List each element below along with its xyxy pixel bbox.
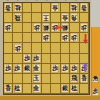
board-cell[interactable]: 歩 [32, 23, 41, 33]
board-cell[interactable] [80, 13, 89, 23]
captured-piece[interactable]: 角 [92, 76, 99, 84]
board-cell[interactable]: 香 [4, 84, 13, 94]
board-cell[interactable] [13, 54, 22, 64]
board-cell[interactable]: 金 [51, 3, 60, 13]
board-cell[interactable] [4, 54, 13, 64]
board-cell[interactable] [70, 23, 79, 33]
shogi-piece[interactable]: 歩 [70, 33, 78, 42]
captured-piece[interactable]: 歩 [92, 88, 99, 96]
board-cell[interactable] [23, 43, 32, 53]
board-cell[interactable]: 銀 [23, 64, 32, 74]
board-cell[interactable] [51, 54, 60, 64]
piece-glyph: 歩 [5, 65, 11, 71]
shogi-piece[interactable]: 香 [80, 3, 88, 12]
board-cell[interactable] [61, 74, 70, 84]
board-cell[interactable] [70, 54, 79, 64]
board-cell[interactable]: 飛 [13, 13, 22, 23]
board-cell[interactable]: 歩 [4, 64, 13, 74]
board-cell[interactable] [61, 54, 70, 64]
board-cell[interactable] [70, 43, 79, 53]
board-cell[interactable] [4, 43, 13, 53]
shogi-piece[interactable]: 飛 [14, 13, 22, 22]
board-cell[interactable]: 歩 [70, 64, 79, 74]
shogi-piece[interactable]: 歩 [14, 44, 22, 53]
board-cell[interactable] [23, 74, 32, 84]
shogi-piece[interactable]: 桂 [70, 84, 78, 93]
candidate-arrow-up [83, 57, 88, 76]
piece-glyph: 歩 [93, 89, 99, 95]
board-cell[interactable] [23, 33, 32, 43]
board-table-edge [0, 96, 100, 100]
board-cell[interactable] [51, 84, 60, 94]
board-cell[interactable]: 歩 [70, 33, 79, 43]
piece-glyph: 歩 [62, 35, 68, 41]
piece-glyph: 歩 [34, 55, 40, 61]
board-cell[interactable] [13, 74, 22, 84]
board-cell[interactable] [32, 43, 41, 53]
piece-glyph: 香 [5, 85, 11, 91]
shogi-piece[interactable]: 歩 [42, 33, 50, 42]
shogi-piece[interactable]: 歩 [61, 33, 69, 42]
board-cell[interactable]: 桂 [70, 3, 79, 13]
board-cell[interactable] [42, 74, 51, 84]
piece-glyph: 飛 [15, 15, 21, 21]
board-cell[interactable] [32, 3, 41, 13]
shogi-piece[interactable]: 桂 [14, 84, 22, 93]
board-cell[interactable]: 角 [70, 13, 79, 23]
shogi-piece[interactable]: 王 [42, 13, 50, 22]
shogi-app-screen: 987654321 香桂金桂香飛王金角歩歩銀歩銀歩歩歩歩歩歩歩歩歩銀金歩歩歩歩玉… [0, 0, 100, 100]
board-cell[interactable]: 歩 [13, 43, 22, 53]
shogi-piece[interactable]: 歩 [61, 64, 69, 73]
piece-glyph: 銀 [24, 65, 30, 71]
board-cell[interactable]: 金 [32, 84, 41, 94]
board-cell[interactable]: 歩 [42, 33, 51, 43]
shogi-piece[interactable]: 歩 [14, 64, 22, 73]
piece-glyph: 香 [5, 5, 11, 11]
board-cell[interactable]: 歩 [61, 33, 70, 43]
board-cell[interactable]: 歩 [13, 64, 22, 74]
shogi-piece[interactable]: 歩 [4, 23, 12, 32]
piece-glyph: 歩 [71, 65, 77, 71]
piece-glyph: 歩 [62, 65, 68, 71]
board-cell[interactable]: 香 [4, 3, 13, 13]
shogi-piece[interactable]: 歩 [23, 54, 31, 63]
shogi-piece[interactable]: 香 [4, 3, 12, 12]
board-cell[interactable] [61, 3, 70, 13]
board-cell[interactable] [61, 43, 70, 53]
left-arrow-shape [55, 25, 63, 30]
shogi-piece[interactable]: 歩 [33, 23, 41, 32]
piece-glyph: 角 [93, 76, 99, 82]
board-cell[interactable]: 金 [32, 64, 41, 74]
piece-glyph: 歩 [34, 25, 40, 31]
piece-glyph: 銀 [62, 85, 68, 91]
shogi-piece[interactable]: 歩 [33, 54, 41, 63]
piece-glyph: 桂 [15, 85, 21, 91]
piece-glyph: 歩 [15, 45, 21, 51]
piece-glyph: 香 [81, 5, 87, 11]
board-cell[interactable] [42, 64, 51, 74]
board-cell[interactable] [32, 33, 41, 43]
board-cell[interactable]: 銀 [42, 23, 51, 33]
shogi-piece[interactable]: 桂 [14, 3, 22, 12]
piece-glyph: 桂 [71, 5, 77, 11]
shogi-piece[interactable]: 歩 [51, 64, 59, 73]
board-cell[interactable] [23, 84, 32, 94]
shogi-piece[interactable]: 香 [4, 84, 12, 93]
down-arrow-shape [83, 34, 88, 44]
board-cell[interactable] [42, 84, 51, 94]
board-cell[interactable] [23, 23, 32, 33]
piece-glyph: 角 [71, 15, 77, 21]
up-arrow-shape [83, 62, 88, 72]
shogi-board[interactable]: 香桂金桂香飛王金角歩歩銀歩銀歩歩歩歩歩歩歩歩歩銀金歩歩歩歩玉飛香香桂金銀桂 [3, 2, 90, 95]
board-cell[interactable]: 玉 [32, 74, 41, 84]
shogi-piece[interactable]: 角 [70, 13, 78, 22]
board-cell[interactable]: 歩 [61, 64, 70, 74]
shogi-piece[interactable]: 歩 [70, 64, 78, 73]
board-cell[interactable] [4, 74, 13, 84]
shogi-piece[interactable]: 金 [33, 64, 41, 73]
shogi-piece[interactable]: 桂 [70, 3, 78, 12]
board-cell[interactable]: 銀 [61, 84, 70, 94]
piece-glyph: 銀 [43, 25, 49, 31]
board-cell[interactable]: 飛 [70, 74, 79, 84]
board-cell[interactable]: 桂 [70, 84, 79, 94]
piece-glyph: 金 [34, 85, 40, 91]
background-panel [91, 0, 100, 27]
piece-glyph: 桂 [71, 85, 77, 91]
shogi-piece[interactable]: 銀 [61, 84, 69, 93]
board-cell[interactable] [51, 33, 60, 43]
board-cell[interactable] [51, 74, 60, 84]
board-cell[interactable] [13, 23, 22, 33]
piece-glyph: 歩 [5, 25, 11, 31]
board-cell[interactable] [23, 13, 32, 23]
board-cell[interactable] [42, 3, 51, 13]
board-cell[interactable] [32, 13, 41, 23]
board-cell[interactable] [42, 43, 51, 53]
board-cell[interactable]: 歩 [23, 54, 32, 64]
piece-glyph: 香 [81, 75, 87, 81]
board-cell[interactable]: 歩 [51, 64, 60, 74]
piece-glyph: 金 [52, 5, 58, 11]
shogi-piece[interactable]: 飛 [70, 74, 78, 83]
piece-glyph: 歩 [43, 35, 49, 41]
board-cell[interactable] [80, 84, 89, 94]
board-cell[interactable]: 桂 [13, 3, 22, 13]
board-cell[interactable]: 香 [80, 3, 89, 13]
shogi-piece[interactable]: 銀 [42, 23, 50, 32]
board-cell[interactable]: 歩 [4, 23, 13, 33]
piece-glyph: 歩 [24, 55, 30, 61]
piece-glyph: 金 [34, 65, 40, 71]
piece-glyph: 王 [43, 15, 49, 21]
board-cell[interactable]: 歩 [32, 54, 41, 64]
piece-glyph: 歩 [52, 65, 58, 71]
board-cell[interactable] [23, 3, 32, 13]
piece-glyph: 玉 [34, 75, 40, 81]
shogi-piece[interactable]: 金 [33, 84, 41, 93]
board-cell[interactable]: 王 [42, 13, 51, 23]
last-move-arrow-left [55, 15, 63, 34]
piece-glyph: 桂 [15, 5, 21, 11]
board-cell[interactable] [42, 54, 51, 64]
board-cell[interactable] [51, 43, 60, 53]
piece-glyph: 歩 [15, 65, 21, 71]
shogi-piece[interactable]: 金 [51, 3, 59, 12]
piece-glyph: 歩 [71, 35, 77, 41]
shogi-piece[interactable]: 銀 [23, 64, 31, 73]
board-cell[interactable] [4, 13, 13, 23]
shogi-piece[interactable]: 玉 [33, 74, 41, 83]
board-cell[interactable] [13, 33, 22, 43]
piece-glyph: 飛 [71, 75, 77, 81]
board-cell[interactable]: 桂 [13, 84, 22, 94]
threat-arrow-down [83, 29, 88, 48]
board-cell[interactable] [4, 33, 13, 43]
shogi-piece[interactable]: 歩 [4, 64, 12, 73]
